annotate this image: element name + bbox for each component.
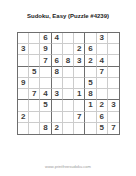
sudoku-cell-r4c3 [40,67,51,78]
sudoku-cell-r9c5 [63,123,74,134]
sudoku-cell-r3c7: 2 [85,55,96,66]
sudoku-cell-r5c9 [108,78,119,89]
sudoku-cell-r5c1: 9 [18,78,29,89]
sudoku-cell-r6c3: 4 [40,89,51,100]
sudoku-cell-r1c4: 4 [52,33,63,44]
sudoku-cell-r9c2 [29,123,40,134]
sudoku-cell-r8c4 [52,112,63,123]
sudoku-cell-r4c4: 8 [52,67,63,78]
sudoku-cell-r3c6: 3 [74,55,85,66]
sudoku-cell-r4c9 [108,67,119,78]
sudoku-cell-r7c9: 3 [108,100,119,111]
sudoku-cell-r8c3 [40,112,51,123]
sudoku-cell-r5c7: 5 [85,78,96,89]
sudoku-cell-r7c4 [52,100,63,111]
sudoku-cell-r5c4 [52,78,63,89]
sudoku-cell-r1c8: 3 [97,33,108,44]
sudoku-cell-r6c4: 3 [52,89,63,100]
sudoku-cell-r2c5 [63,44,74,55]
sudoku-cell-r4c7 [85,67,96,78]
sudoku-grid: 6433926768324587957431851232768257 [17,32,120,135]
sudoku-cell-r9c3: 8 [40,123,51,134]
sudoku-cell-r6c8 [97,89,108,100]
sudoku-cell-r4c2: 5 [29,67,40,78]
sudoku-cell-r9c7 [85,123,96,134]
sudoku-cell-r2c1: 3 [18,44,29,55]
sudoku-cell-r2c9 [108,44,119,55]
sudoku-cell-r8c9 [108,112,119,123]
sudoku-cell-r8c1: 2 [18,112,29,123]
sudoku-cell-r5c5 [63,78,74,89]
sudoku-cell-r3c9 [108,55,119,66]
sudoku-cell-r7c8: 2 [97,100,108,111]
sudoku-cell-r4c8: 7 [97,67,108,78]
sudoku-cell-r4c5 [63,67,74,78]
sudoku-cell-r2c8 [97,44,108,55]
sudoku-cell-r7c3: 5 [40,100,51,111]
sudoku-cell-r5c6 [74,78,85,89]
sudoku-cell-r1c7 [85,33,96,44]
sudoku-cell-r4c1 [18,67,29,78]
sudoku-cell-r6c5 [63,89,74,100]
sudoku-cell-r1c3: 6 [40,33,51,44]
sudoku-cell-r3c2 [29,55,40,66]
sudoku-cell-r7c1 [18,100,29,111]
sudoku-cell-r7c2 [29,100,40,111]
sudoku-cell-r6c6: 1 [74,89,85,100]
sudoku-cell-r5c8 [97,78,108,89]
sudoku-cell-r8c5 [63,112,74,123]
sudoku-cell-r1c1 [18,33,29,44]
sudoku-cell-r3c5: 8 [63,55,74,66]
sudoku-cell-r3c8: 4 [97,55,108,66]
sudoku-cell-r1c6 [74,33,85,44]
sudoku-cell-r2c2 [29,44,40,55]
sudoku-cell-r3c4: 6 [52,55,63,66]
sudoku-page: Sudoku, Easy (Puzzle #4239) 643392676832… [0,0,136,176]
sudoku-cell-r2c7: 6 [85,44,96,55]
sudoku-cell-r6c2: 7 [29,89,40,100]
sudoku-cell-r5c3 [40,78,51,89]
sudoku-cell-r8c8: 6 [97,112,108,123]
sudoku-cell-r1c2 [29,33,40,44]
sudoku-cell-r6c1 [18,89,29,100]
sudoku-cell-r2c6: 2 [74,44,85,55]
sudoku-cell-r1c9 [108,33,119,44]
sudoku-cell-r7c5 [63,100,74,111]
sudoku-cell-r9c4: 2 [52,123,63,134]
sudoku-cell-r9c8: 5 [97,123,108,134]
sudoku-cell-r3c3: 7 [40,55,51,66]
sudoku-cell-r7c6 [74,100,85,111]
sudoku-cell-r6c7: 8 [85,89,96,100]
page-title: Sudoku, Easy (Puzzle #4239) [0,13,136,19]
sudoku-cell-r7c7: 1 [85,100,96,111]
sudoku-cell-r1c5 [63,33,74,44]
sudoku-cell-r9c6 [74,123,85,134]
sudoku-cell-r8c6: 7 [74,112,85,123]
sudoku-cell-r8c7 [85,112,96,123]
sudoku-cell-r5c2 [29,78,40,89]
sudoku-cell-r8c2 [29,112,40,123]
sudoku-cell-r2c4 [52,44,63,55]
sudoku-cell-r9c9: 7 [108,123,119,134]
sudoku-cell-r2c3: 9 [40,44,51,55]
sudoku-cell-r3c1 [18,55,29,66]
footer-url: www.printfreesudoku.com [0,164,136,169]
sudoku-cell-r6c9 [108,89,119,100]
sudoku-cell-r9c1 [18,123,29,134]
sudoku-cell-r4c6 [74,67,85,78]
